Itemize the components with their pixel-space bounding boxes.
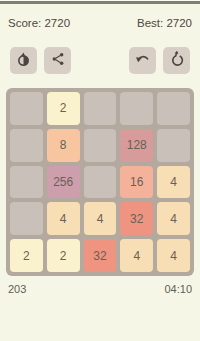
status-bar: 203 04:10 (0, 283, 200, 295)
tile-4: 4 (157, 239, 190, 272)
best-display: Best: 2720 (137, 17, 192, 29)
settings-icon (15, 51, 32, 71)
tile-4: 4 (157, 202, 190, 235)
tile-32: 32 (84, 239, 117, 272)
restart-icon (168, 50, 186, 71)
best-label: Best: (137, 17, 163, 29)
board[interactable]: 2812825616444324223244 (6, 88, 194, 276)
settings-button[interactable] (10, 47, 37, 74)
tile-2: 2 (47, 92, 80, 125)
score-value: 2720 (44, 17, 70, 29)
empty-cell (120, 92, 153, 125)
empty-cell (157, 129, 190, 162)
toolbar (0, 47, 200, 74)
tile-4: 4 (84, 202, 117, 235)
empty-cell (84, 129, 117, 162)
empty-cell (10, 92, 43, 125)
empty-cell (157, 92, 190, 125)
restart-button[interactable] (163, 47, 190, 74)
undo-button[interactable] (129, 47, 156, 74)
score-display: Score: 2720 (8, 17, 70, 29)
tile-4: 4 (157, 166, 190, 199)
toolbar-left-group (10, 47, 71, 74)
tile-32: 32 (120, 202, 153, 235)
tile-2: 2 (10, 239, 43, 272)
score-bar: Score: 2720 Best: 2720 (0, 4, 200, 29)
share-button[interactable] (44, 47, 71, 74)
tile-4: 4 (120, 239, 153, 272)
empty-cell (84, 92, 117, 125)
tile-16: 16 (120, 166, 153, 199)
moves-counter: 203 (8, 283, 26, 295)
best-value: 2720 (166, 17, 192, 29)
empty-cell (10, 202, 43, 235)
tile-256: 256 (47, 166, 80, 199)
undo-icon (134, 50, 152, 71)
empty-cell (84, 166, 117, 199)
share-icon (50, 51, 66, 70)
score-label: Score: (8, 17, 41, 29)
tile-4: 4 (47, 202, 80, 235)
empty-cell (10, 129, 43, 162)
tile-128: 128 (120, 129, 153, 162)
tile-8: 8 (47, 129, 80, 162)
timer: 04:10 (164, 283, 192, 295)
tile-2: 2 (47, 239, 80, 272)
toolbar-right-group (129, 47, 190, 74)
empty-cell (10, 166, 43, 199)
